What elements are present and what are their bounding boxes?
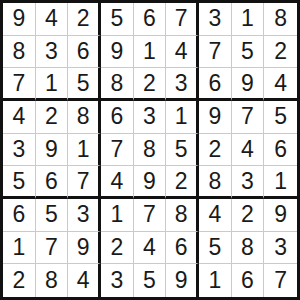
sudoku-cell[interactable]: 1 (134, 36, 167, 69)
sudoku-cell[interactable]: 1 (199, 264, 232, 297)
sudoku-cell[interactable]: 7 (36, 232, 69, 265)
sudoku-cell[interactable]: 4 (199, 199, 232, 232)
sudoku-cell[interactable]: 6 (166, 232, 199, 265)
sudoku-cell[interactable]: 5 (68, 68, 101, 101)
sudoku-cell[interactable]: 7 (199, 36, 232, 69)
sudoku-cell[interactable]: 8 (134, 134, 167, 167)
sudoku-cell[interactable]: 9 (232, 68, 265, 101)
sudoku-cell[interactable]: 6 (199, 68, 232, 101)
sudoku-cell[interactable]: 8 (264, 3, 297, 36)
sudoku-cell[interactable]: 5 (232, 36, 265, 69)
sudoku-cell[interactable]: 5 (101, 3, 134, 36)
sudoku-cell[interactable]: 7 (101, 134, 134, 167)
sudoku-cell[interactable]: 2 (134, 68, 167, 101)
sudoku-cell[interactable]: 4 (166, 36, 199, 69)
sudoku-cell[interactable]: 1 (101, 199, 134, 232)
sudoku-cell[interactable]: 2 (68, 3, 101, 36)
sudoku-cell[interactable]: 6 (68, 36, 101, 69)
sudoku-cell[interactable]: 1 (264, 166, 297, 199)
sudoku-cell[interactable]: 8 (3, 36, 36, 69)
sudoku-cell[interactable]: 8 (199, 166, 232, 199)
sudoku-cell[interactable]: 2 (101, 232, 134, 265)
sudoku-cell[interactable]: 3 (199, 3, 232, 36)
sudoku-cell[interactable]: 1 (36, 68, 69, 101)
sudoku-cell[interactable]: 5 (166, 134, 199, 167)
sudoku-cell[interactable]: 2 (3, 264, 36, 297)
sudoku-cell[interactable]: 4 (264, 68, 297, 101)
sudoku-cell[interactable]: 1 (232, 3, 265, 36)
sudoku-cell[interactable]: 7 (3, 68, 36, 101)
sudoku-cell[interactable]: 7 (68, 166, 101, 199)
sudoku-cell[interactable]: 6 (134, 3, 167, 36)
sudoku-cell[interactable]: 9 (68, 232, 101, 265)
sudoku-cell[interactable]: 5 (264, 101, 297, 134)
sudoku-cell[interactable]: 1 (166, 101, 199, 134)
sudoku-cell[interactable]: 3 (3, 134, 36, 167)
sudoku-cell[interactable]: 2 (36, 101, 69, 134)
sudoku-cell[interactable]: 5 (3, 166, 36, 199)
sudoku-cell[interactable]: 9 (166, 264, 199, 297)
sudoku-cell[interactable]: 4 (134, 232, 167, 265)
sudoku-cell[interactable]: 3 (101, 264, 134, 297)
sudoku-cell[interactable]: 5 (134, 264, 167, 297)
sudoku-cell[interactable]: 2 (199, 134, 232, 167)
sudoku-cell[interactable]: 4 (68, 264, 101, 297)
sudoku-cell[interactable]: 6 (101, 101, 134, 134)
sudoku-cell[interactable]: 4 (3, 101, 36, 134)
sudoku-cell[interactable]: 8 (232, 232, 265, 265)
sudoku-cell[interactable]: 3 (264, 232, 297, 265)
sudoku-cell[interactable]: 4 (36, 3, 69, 36)
sudoku-cell[interactable]: 6 (36, 166, 69, 199)
sudoku-cell[interactable]: 5 (199, 232, 232, 265)
sudoku-cell[interactable]: 3 (232, 166, 265, 199)
sudoku-cell[interactable]: 6 (3, 199, 36, 232)
sudoku-cell[interactable]: 3 (166, 68, 199, 101)
sudoku-cell[interactable]: 4 (101, 166, 134, 199)
sudoku-cell[interactable]: 8 (101, 68, 134, 101)
sudoku-cell[interactable]: 2 (264, 36, 297, 69)
sudoku-cell[interactable]: 7 (232, 101, 265, 134)
sudoku-cell[interactable]: 7 (166, 3, 199, 36)
sudoku-cell[interactable]: 3 (68, 199, 101, 232)
sudoku-cell[interactable]: 9 (101, 36, 134, 69)
sudoku-cell[interactable]: 1 (68, 134, 101, 167)
sudoku-cell[interactable]: 9 (3, 3, 36, 36)
sudoku-cell[interactable]: 6 (232, 264, 265, 297)
sudoku-cell[interactable]: 9 (199, 101, 232, 134)
sudoku-cell[interactable]: 9 (264, 199, 297, 232)
sudoku-board: 9425673188369147527158236944286319753917… (0, 0, 300, 300)
sudoku-cell[interactable]: 3 (134, 101, 167, 134)
sudoku-cell[interactable]: 3 (36, 36, 69, 69)
sudoku-cell[interactable]: 6 (264, 134, 297, 167)
sudoku-cell[interactable]: 4 (232, 134, 265, 167)
sudoku-cell[interactable]: 8 (68, 101, 101, 134)
sudoku-cell[interactable]: 5 (36, 199, 69, 232)
sudoku-cell[interactable]: 7 (134, 199, 167, 232)
sudoku-cell[interactable]: 8 (166, 199, 199, 232)
sudoku-cell[interactable]: 8 (36, 264, 69, 297)
sudoku-cell[interactable]: 9 (36, 134, 69, 167)
sudoku-cell[interactable]: 7 (264, 264, 297, 297)
sudoku-cell[interactable]: 9 (134, 166, 167, 199)
sudoku-cell[interactable]: 2 (232, 199, 265, 232)
sudoku-cell[interactable]: 1 (3, 232, 36, 265)
sudoku-cell[interactable]: 2 (166, 166, 199, 199)
